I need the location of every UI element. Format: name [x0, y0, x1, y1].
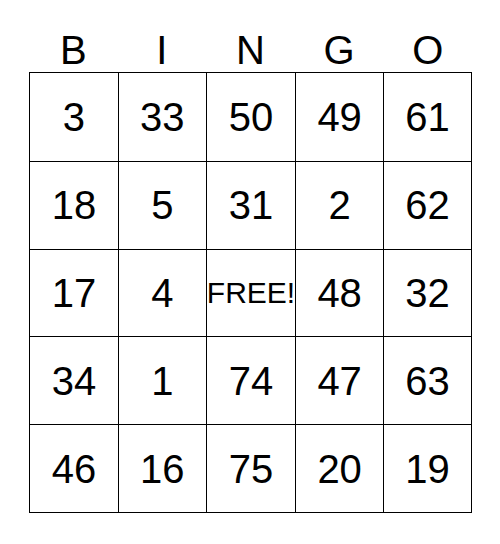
- bingo-grid: 3 33 50 49 61 18 5 31 2 62 17 4 FREE! 48…: [29, 72, 472, 513]
- header-letter-g: G: [324, 30, 355, 70]
- cell-r4c4[interactable]: 47: [295, 336, 383, 424]
- cell-r3c5[interactable]: 32: [383, 249, 471, 337]
- cell-r5c2[interactable]: 16: [118, 424, 206, 512]
- cell-r4c1[interactable]: 34: [30, 336, 118, 424]
- cell-r2c5[interactable]: 62: [383, 161, 471, 249]
- header-letter-b: B: [60, 30, 87, 70]
- bingo-card: B I N G O 3 33 50 49 61 18 5 31 2 62 17 …: [0, 0, 500, 544]
- cell-r5c4[interactable]: 20: [295, 424, 383, 512]
- cell-r3c1[interactable]: 17: [30, 249, 118, 337]
- cell-r1c1[interactable]: 3: [30, 73, 118, 161]
- header-letter-i: I: [156, 30, 167, 70]
- bingo-header: B I N G O: [29, 12, 472, 70]
- cell-r2c1[interactable]: 18: [30, 161, 118, 249]
- cell-r1c2[interactable]: 33: [118, 73, 206, 161]
- cell-r3c2[interactable]: 4: [118, 249, 206, 337]
- cell-r3c4[interactable]: 48: [295, 249, 383, 337]
- cell-r5c3[interactable]: 75: [206, 424, 295, 512]
- cell-r1c4[interactable]: 49: [295, 73, 383, 161]
- cell-r5c5[interactable]: 19: [383, 424, 471, 512]
- cell-r1c5[interactable]: 61: [383, 73, 471, 161]
- cell-r4c3[interactable]: 74: [206, 336, 295, 424]
- free-cell[interactable]: FREE!: [206, 249, 295, 337]
- cell-r1c3[interactable]: 50: [206, 73, 295, 161]
- cell-r5c1[interactable]: 46: [30, 424, 118, 512]
- cell-r2c4[interactable]: 2: [295, 161, 383, 249]
- cell-r2c2[interactable]: 5: [118, 161, 206, 249]
- header-letter-o: O: [412, 30, 443, 70]
- cell-r4c2[interactable]: 1: [118, 336, 206, 424]
- cell-r2c3[interactable]: 31: [206, 161, 295, 249]
- cell-r4c5[interactable]: 63: [383, 336, 471, 424]
- header-letter-n: N: [236, 30, 265, 70]
